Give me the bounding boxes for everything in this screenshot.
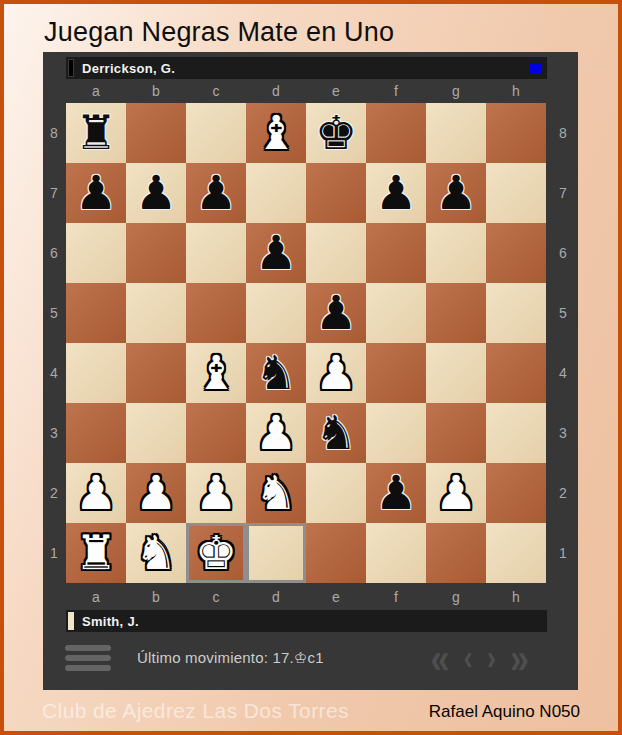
coord-label: g bbox=[426, 588, 486, 606]
square-g8[interactable] bbox=[426, 103, 486, 163]
coord-label: e bbox=[306, 588, 366, 606]
square-c2[interactable]: ♟ bbox=[186, 463, 246, 523]
rank-labels-left: 87654321 bbox=[43, 103, 65, 583]
square-f5[interactable] bbox=[366, 283, 426, 343]
white-pawn: ♟ bbox=[75, 463, 117, 523]
white-king: ♚ bbox=[195, 523, 237, 583]
coord-label: d bbox=[246, 82, 306, 100]
square-b7[interactable]: ♟ bbox=[126, 163, 186, 223]
black-king: ♚ bbox=[315, 103, 357, 163]
square-f6[interactable] bbox=[366, 223, 426, 283]
square-b3[interactable] bbox=[126, 403, 186, 463]
square-c8[interactable] bbox=[186, 103, 246, 163]
square-d8[interactable]: ♝ bbox=[246, 103, 306, 163]
coord-label: h bbox=[486, 588, 546, 606]
white-pawn: ♟ bbox=[435, 463, 477, 523]
square-a1[interactable]: ♜ bbox=[66, 523, 126, 583]
square-f8[interactable] bbox=[366, 103, 426, 163]
coord-label: 5 bbox=[43, 283, 65, 343]
square-d4[interactable]: ♞ bbox=[246, 343, 306, 403]
square-h6[interactable] bbox=[486, 223, 546, 283]
square-g6[interactable] bbox=[426, 223, 486, 283]
black-pawn: ♟ bbox=[375, 463, 417, 523]
square-e5[interactable]: ♟ bbox=[306, 283, 366, 343]
black-player-name: Derrickson, G. bbox=[82, 61, 175, 76]
square-f3[interactable] bbox=[366, 403, 426, 463]
square-a5[interactable] bbox=[66, 283, 126, 343]
black-pawn: ♟ bbox=[75, 163, 117, 223]
coord-label: 7 bbox=[549, 163, 577, 223]
square-e2[interactable] bbox=[306, 463, 366, 523]
square-b4[interactable] bbox=[126, 343, 186, 403]
black-pawn: ♟ bbox=[255, 223, 297, 283]
prev-move-button[interactable]: ‹ bbox=[463, 642, 472, 675]
square-e6[interactable] bbox=[306, 223, 366, 283]
coord-label: 8 bbox=[549, 103, 577, 163]
rank-labels-right: 87654321 bbox=[549, 103, 577, 583]
coord-label: 5 bbox=[549, 283, 577, 343]
square-e1[interactable] bbox=[306, 523, 366, 583]
club-watermark: Club de Ajedrez Las Dos Torres bbox=[42, 699, 349, 723]
square-c6[interactable] bbox=[186, 223, 246, 283]
white-bishop: ♝ bbox=[255, 103, 297, 163]
black-pawn: ♟ bbox=[135, 163, 177, 223]
coord-label: 2 bbox=[549, 463, 577, 523]
coord-label: c bbox=[186, 82, 246, 100]
white-pawn: ♟ bbox=[135, 463, 177, 523]
last-move-button[interactable]: » bbox=[510, 642, 529, 675]
square-h5[interactable] bbox=[486, 283, 546, 343]
square-h3[interactable] bbox=[486, 403, 546, 463]
square-c7[interactable]: ♟ bbox=[186, 163, 246, 223]
coord-label: c bbox=[186, 588, 246, 606]
black-rook: ♜ bbox=[75, 103, 117, 163]
coord-label: a bbox=[66, 588, 126, 606]
player-bar-black: Derrickson, G. bbox=[66, 57, 547, 79]
first-move-button[interactable]: « bbox=[431, 642, 450, 675]
square-c5[interactable] bbox=[186, 283, 246, 343]
coord-label: 1 bbox=[43, 523, 65, 583]
square-h2[interactable] bbox=[486, 463, 546, 523]
move-navigation: « ‹ › » bbox=[431, 645, 558, 671]
coord-label: h bbox=[486, 82, 546, 100]
black-player-color-icon bbox=[68, 59, 74, 77]
square-a8[interactable]: ♜ bbox=[66, 103, 126, 163]
author-credit: Rafael Aquino N050 bbox=[429, 702, 580, 722]
black-knight: ♞ bbox=[315, 403, 357, 463]
white-rook: ♜ bbox=[75, 523, 117, 583]
file-labels-bottom: abcdefgh bbox=[66, 588, 546, 606]
white-player-name: Smith, J. bbox=[82, 614, 139, 629]
square-d6[interactable]: ♟ bbox=[246, 223, 306, 283]
square-e4[interactable]: ♟ bbox=[306, 343, 366, 403]
square-h8[interactable] bbox=[486, 103, 546, 163]
square-g3[interactable] bbox=[426, 403, 486, 463]
square-g5[interactable] bbox=[426, 283, 486, 343]
white-knight: ♞ bbox=[255, 463, 297, 523]
file-labels-top: abcdefgh bbox=[66, 82, 546, 100]
square-a4[interactable] bbox=[66, 343, 126, 403]
square-c3[interactable] bbox=[186, 403, 246, 463]
coord-label: f bbox=[366, 588, 426, 606]
coord-label: f bbox=[366, 82, 426, 100]
menu-icon[interactable] bbox=[65, 645, 111, 671]
coord-label: e bbox=[306, 82, 366, 100]
square-b5[interactable] bbox=[126, 283, 186, 343]
white-knight: ♞ bbox=[135, 523, 177, 583]
square-c1[interactable]: ♚ bbox=[186, 523, 246, 583]
coord-label: 4 bbox=[43, 343, 65, 403]
square-f4[interactable] bbox=[366, 343, 426, 403]
square-g4[interactable] bbox=[426, 343, 486, 403]
coord-label: 7 bbox=[43, 163, 65, 223]
square-g1[interactable] bbox=[426, 523, 486, 583]
square-d5[interactable] bbox=[246, 283, 306, 343]
coord-label: a bbox=[66, 82, 126, 100]
coord-label: d bbox=[246, 588, 306, 606]
white-pawn: ♟ bbox=[315, 343, 357, 403]
square-a6[interactable] bbox=[66, 223, 126, 283]
turn-indicator bbox=[530, 63, 541, 74]
coord-label: b bbox=[126, 588, 186, 606]
coord-label: 3 bbox=[43, 403, 65, 463]
last-move-text: Último movimiento: 17.♔c1 bbox=[137, 649, 324, 667]
coord-label: 4 bbox=[549, 343, 577, 403]
black-knight: ♞ bbox=[255, 343, 297, 403]
square-d1[interactable] bbox=[246, 523, 306, 583]
black-pawn: ♟ bbox=[375, 163, 417, 223]
coord-label: 6 bbox=[549, 223, 577, 283]
white-pawn: ♟ bbox=[195, 463, 237, 523]
white-pawn: ♟ bbox=[255, 403, 297, 463]
square-b2[interactable]: ♟ bbox=[126, 463, 186, 523]
square-f7[interactable]: ♟ bbox=[366, 163, 426, 223]
coord-label: 8 bbox=[43, 103, 65, 163]
coord-label: 6 bbox=[43, 223, 65, 283]
square-a7[interactable]: ♟ bbox=[66, 163, 126, 223]
move-bar: Último movimiento: 17.♔c1 « ‹ › » bbox=[65, 642, 557, 674]
square-d7[interactable] bbox=[246, 163, 306, 223]
black-pawn: ♟ bbox=[435, 163, 477, 223]
square-b1[interactable]: ♞ bbox=[126, 523, 186, 583]
square-b8[interactable] bbox=[126, 103, 186, 163]
square-e8[interactable]: ♚ bbox=[306, 103, 366, 163]
black-pawn: ♟ bbox=[315, 283, 357, 343]
player-bar-white: Smith, J. bbox=[66, 610, 547, 632]
square-h1[interactable] bbox=[486, 523, 546, 583]
chess-viewer-panel: Derrickson, G. abcdefgh 87654321 8765432… bbox=[43, 52, 578, 690]
coord-label: 1 bbox=[549, 523, 577, 583]
square-f1[interactable] bbox=[366, 523, 426, 583]
next-move-button[interactable]: › bbox=[487, 642, 496, 675]
square-a3[interactable] bbox=[66, 403, 126, 463]
white-player-color-icon bbox=[68, 612, 74, 630]
square-d2[interactable]: ♞ bbox=[246, 463, 306, 523]
square-c4[interactable]: ♝ bbox=[186, 343, 246, 403]
square-b6[interactable] bbox=[126, 223, 186, 283]
square-g2[interactable]: ♟ bbox=[426, 463, 486, 523]
coord-label: 3 bbox=[549, 403, 577, 463]
square-h4[interactable] bbox=[486, 343, 546, 403]
coord-label: g bbox=[426, 82, 486, 100]
square-h7[interactable] bbox=[486, 163, 546, 223]
square-e3[interactable]: ♞ bbox=[306, 403, 366, 463]
black-pawn: ♟ bbox=[195, 163, 237, 223]
chess-board: ♜♝♚♟♟♟♟♟♟♟♝♞♟♟♞♟♟♟♞♟♟♜♞♚ bbox=[66, 103, 546, 583]
white-bishop: ♝ bbox=[195, 343, 237, 403]
square-f2[interactable]: ♟ bbox=[366, 463, 426, 523]
coord-label: 2 bbox=[43, 463, 65, 523]
page-title: Juegan Negras Mate en Uno bbox=[44, 17, 394, 48]
square-d3[interactable]: ♟ bbox=[246, 403, 306, 463]
square-e7[interactable] bbox=[306, 163, 366, 223]
square-g7[interactable]: ♟ bbox=[426, 163, 486, 223]
square-a2[interactable]: ♟ bbox=[66, 463, 126, 523]
coord-label: b bbox=[126, 82, 186, 100]
